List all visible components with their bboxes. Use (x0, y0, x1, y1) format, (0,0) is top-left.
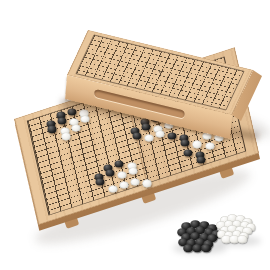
white-stone-pile (0, 0, 270, 270)
white-pile-stone (237, 236, 247, 244)
go-set-product-photo (0, 0, 270, 270)
